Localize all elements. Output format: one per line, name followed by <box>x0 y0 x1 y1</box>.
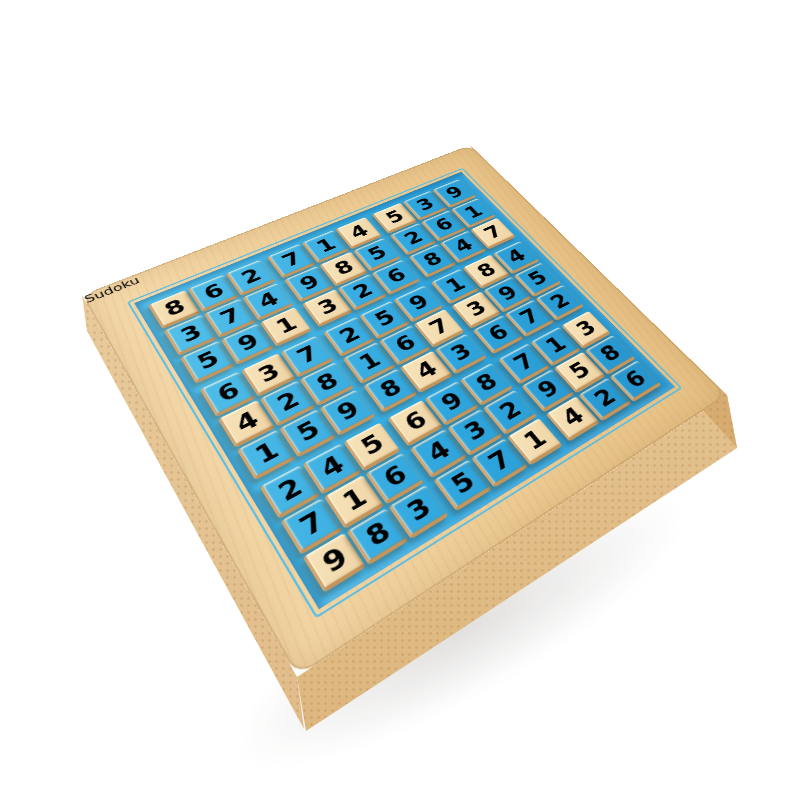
tile-digit: 7 <box>216 305 244 329</box>
tile-digit: 8 <box>375 375 405 402</box>
tile-digit: 7 <box>515 305 543 328</box>
tile-digit: 8 <box>312 369 342 396</box>
tile-digit: 3 <box>446 340 475 365</box>
tile-digit: 5 <box>446 467 479 498</box>
tile-digit: 2 <box>590 384 621 410</box>
tile-digit: 1 <box>272 313 301 337</box>
tile-digit: 8 <box>161 296 189 320</box>
tile-digit: 2 <box>349 280 377 302</box>
tile-digit: 7 <box>295 507 329 541</box>
tile-digit: 4 <box>450 236 476 256</box>
tile-digit: 1 <box>541 333 570 357</box>
tile-digit: 5 <box>193 347 223 373</box>
tile-digit: 1 <box>338 483 371 515</box>
tile-digit: 7 <box>480 223 506 242</box>
scene: 8623745917149853265392618476374281592591… <box>0 0 800 800</box>
tile-digit: 4 <box>316 451 348 482</box>
tile-digit: 2 <box>274 473 307 505</box>
tile-digit: 8 <box>595 341 624 365</box>
tile-digit: 9 <box>533 376 563 402</box>
tile-digit: 6 <box>391 331 420 355</box>
tile-digit: 4 <box>346 222 372 242</box>
tile-digit: 3 <box>413 195 438 213</box>
tile-digit: 2 <box>546 290 574 312</box>
tile-digit: 3 <box>254 360 284 386</box>
tile-digit: 1 <box>519 425 551 454</box>
tile-digit: 7 <box>509 350 539 375</box>
tile-digit: 1 <box>355 348 385 373</box>
tile-digit: 9 <box>405 291 433 313</box>
tile-digit: 2 <box>237 265 264 287</box>
tile-digit: 3 <box>572 317 601 340</box>
tile-digit: 6 <box>431 215 457 234</box>
tile-digit: 7 <box>484 446 516 476</box>
tile-digit: 5 <box>565 358 595 383</box>
tile-digit: 9 <box>442 183 467 201</box>
tile-digit: 4 <box>557 403 588 430</box>
tile-digit: 2 <box>335 323 364 347</box>
tile-digit: 4 <box>254 289 282 312</box>
tile-digit: 5 <box>364 243 391 263</box>
tile-digit: 9 <box>332 397 363 425</box>
tile-digit: 2 <box>495 397 526 424</box>
tile-digit: 4 <box>503 246 530 266</box>
tile-digit: 8 <box>419 249 446 270</box>
tile-digit: 8 <box>330 257 357 278</box>
tile-digit: 9 <box>233 330 262 355</box>
tile-digit: 6 <box>200 280 228 303</box>
tile-digit: 1 <box>251 437 283 467</box>
tile-digit: 4 <box>423 436 455 466</box>
tile-digit: 5 <box>371 307 399 330</box>
tile-digit: 2 <box>400 228 426 248</box>
tile-digit: 8 <box>471 369 501 395</box>
tile-digit: 9 <box>317 542 352 578</box>
tile-digit: 7 <box>425 315 454 338</box>
tile-digit: 6 <box>620 367 650 392</box>
tile-digit: 3 <box>177 321 206 346</box>
tile-digit: 8 <box>473 260 500 281</box>
tile-digit: 7 <box>278 249 305 270</box>
tile-digit: 7 <box>293 342 322 367</box>
tile-digit: 6 <box>400 407 431 435</box>
tile-digit: 3 <box>459 416 490 444</box>
tile-digit: 6 <box>379 461 412 492</box>
tile-digit: 1 <box>313 235 339 255</box>
tile-digit: 5 <box>524 268 551 289</box>
tile-digit: 3 <box>314 295 342 318</box>
tile-digit: 6 <box>484 321 513 345</box>
tile-digit: 5 <box>382 207 408 226</box>
tile-digit: 2 <box>273 388 304 416</box>
tile-digit: 9 <box>296 271 323 293</box>
tile-digit: 1 <box>461 203 486 221</box>
tile-digit: 3 <box>462 297 490 320</box>
tile-digit: 5 <box>356 430 388 459</box>
tile-digit: 9 <box>436 388 467 415</box>
tile-digit: 8 <box>361 517 395 551</box>
tile-digit: 5 <box>292 417 323 446</box>
tile-digit: 4 <box>231 407 262 436</box>
tile-digit: 6 <box>383 265 410 286</box>
tile-digit: 1 <box>442 274 469 296</box>
tile-digit: 4 <box>412 357 442 383</box>
tile-digit: 9 <box>494 282 522 304</box>
tile-digit: 3 <box>402 493 436 526</box>
tile-digit: 6 <box>213 378 243 405</box>
